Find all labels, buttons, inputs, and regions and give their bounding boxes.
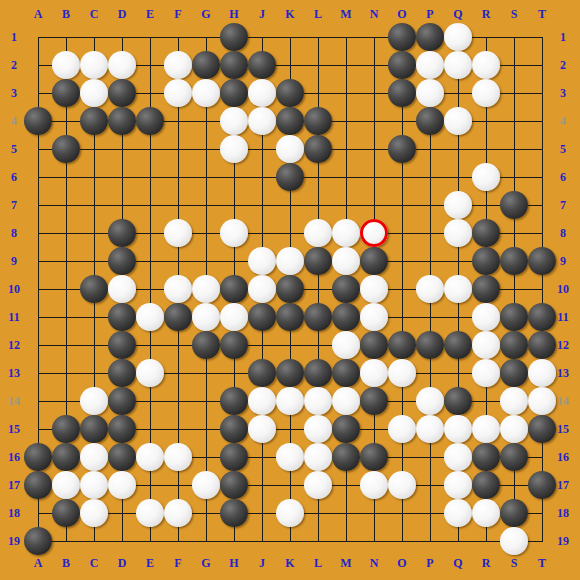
column-label: Q xyxy=(444,7,472,21)
column-label: G xyxy=(192,7,220,21)
stone-white xyxy=(304,219,332,247)
stone-white xyxy=(332,219,360,247)
stone-white xyxy=(500,387,528,415)
stone-black xyxy=(304,135,332,163)
stone-black xyxy=(276,303,304,331)
stone-white xyxy=(332,247,360,275)
column-label: M xyxy=(332,7,360,21)
stone-white xyxy=(444,191,472,219)
column-label: B xyxy=(52,7,80,21)
row-label: 18 xyxy=(552,506,574,520)
column-label: E xyxy=(136,7,164,21)
column-label: S xyxy=(500,556,528,570)
column-label: D xyxy=(108,556,136,570)
column-label: Q xyxy=(444,556,472,570)
stone-black xyxy=(500,359,528,387)
column-label: S xyxy=(500,7,528,21)
stone-black xyxy=(108,359,136,387)
stone-black xyxy=(500,303,528,331)
column-label: A xyxy=(24,556,52,570)
stone-black xyxy=(108,415,136,443)
column-label: B xyxy=(52,556,80,570)
stone-black xyxy=(192,51,220,79)
column-label: G xyxy=(192,556,220,570)
stone-black xyxy=(332,275,360,303)
stone-black xyxy=(304,247,332,275)
stone-white xyxy=(444,471,472,499)
row-label: 6 xyxy=(3,170,25,184)
row-label: 6 xyxy=(552,170,574,184)
stone-black xyxy=(108,247,136,275)
stone-white xyxy=(472,499,500,527)
stone-white xyxy=(332,387,360,415)
stone-black xyxy=(360,387,388,415)
column-label: K xyxy=(276,7,304,21)
last-move-marker xyxy=(360,219,388,247)
stone-white xyxy=(220,107,248,135)
row-label: 8 xyxy=(552,226,574,240)
stone-white xyxy=(248,275,276,303)
stone-white xyxy=(164,499,192,527)
row-label: 19 xyxy=(552,534,574,548)
stone-black xyxy=(304,107,332,135)
stone-black xyxy=(388,23,416,51)
stone-white xyxy=(416,415,444,443)
column-label: R xyxy=(472,556,500,570)
row-label: 4 xyxy=(552,114,574,128)
stone-black xyxy=(108,303,136,331)
row-label: 18 xyxy=(3,506,25,520)
stone-white xyxy=(360,303,388,331)
stone-black xyxy=(248,303,276,331)
stone-black xyxy=(500,443,528,471)
stone-white xyxy=(192,79,220,107)
stone-black xyxy=(108,387,136,415)
stone-black xyxy=(108,443,136,471)
stone-black xyxy=(248,359,276,387)
stone-black xyxy=(500,499,528,527)
stone-white xyxy=(248,79,276,107)
stone-white xyxy=(388,415,416,443)
stone-white xyxy=(444,443,472,471)
row-label: 12 xyxy=(3,338,25,352)
column-label: H xyxy=(220,556,248,570)
row-label: 7 xyxy=(3,198,25,212)
stone-black xyxy=(416,331,444,359)
stone-white xyxy=(444,499,472,527)
stone-white xyxy=(472,79,500,107)
column-label: F xyxy=(164,556,192,570)
column-label: N xyxy=(360,7,388,21)
row-label: 10 xyxy=(3,282,25,296)
stone-black xyxy=(500,191,528,219)
stone-white xyxy=(360,275,388,303)
column-label: O xyxy=(388,7,416,21)
stone-black xyxy=(52,135,80,163)
stone-white xyxy=(164,219,192,247)
stone-white xyxy=(192,275,220,303)
stone-black xyxy=(52,79,80,107)
column-label: L xyxy=(304,7,332,21)
stone-black xyxy=(360,247,388,275)
stone-black xyxy=(164,303,192,331)
stone-white xyxy=(164,443,192,471)
row-label: 9 xyxy=(3,254,25,268)
column-label: O xyxy=(388,556,416,570)
stone-black xyxy=(444,387,472,415)
stone-black xyxy=(332,359,360,387)
stone-black xyxy=(220,471,248,499)
stone-black xyxy=(388,51,416,79)
stone-black xyxy=(220,499,248,527)
stone-white xyxy=(136,443,164,471)
stone-black xyxy=(276,275,304,303)
stone-white xyxy=(472,359,500,387)
stone-white xyxy=(304,387,332,415)
column-label: H xyxy=(220,7,248,21)
stone-black xyxy=(24,443,52,471)
stone-black xyxy=(24,527,52,555)
goban[interactable]: ABCDEFGHJKLMNOPQRST ABCDEFGHJKLMNOPQRST … xyxy=(0,0,580,580)
stone-black xyxy=(416,107,444,135)
row-label: 16 xyxy=(3,450,25,464)
stone-black xyxy=(276,163,304,191)
stone-white xyxy=(220,135,248,163)
stone-black xyxy=(108,79,136,107)
stone-white xyxy=(332,331,360,359)
row-label: 7 xyxy=(552,198,574,212)
stone-black xyxy=(416,23,444,51)
stone-black xyxy=(220,51,248,79)
stone-white xyxy=(416,275,444,303)
stone-black xyxy=(388,135,416,163)
stone-black xyxy=(528,303,556,331)
stone-black xyxy=(304,359,332,387)
stone-black xyxy=(500,247,528,275)
stone-black xyxy=(360,331,388,359)
stone-white xyxy=(360,471,388,499)
stone-white xyxy=(304,415,332,443)
stone-black xyxy=(220,79,248,107)
row-label: 19 xyxy=(3,534,25,548)
row-label: 17 xyxy=(3,478,25,492)
stone-white xyxy=(276,387,304,415)
column-label: M xyxy=(332,556,360,570)
stone-white xyxy=(500,415,528,443)
stone-white xyxy=(248,107,276,135)
stone-black xyxy=(220,23,248,51)
stone-white xyxy=(136,499,164,527)
stone-white xyxy=(136,303,164,331)
stone-black xyxy=(80,275,108,303)
stone-black xyxy=(304,303,332,331)
stone-white xyxy=(108,51,136,79)
stone-black xyxy=(276,79,304,107)
stone-white xyxy=(472,163,500,191)
stone-black xyxy=(528,415,556,443)
stone-black xyxy=(388,79,416,107)
stone-white xyxy=(80,443,108,471)
stone-white xyxy=(472,51,500,79)
stone-black xyxy=(332,415,360,443)
column-label: R xyxy=(472,7,500,21)
row-label: 4 xyxy=(3,114,25,128)
column-label: D xyxy=(108,7,136,21)
stone-black xyxy=(500,331,528,359)
row-label: 3 xyxy=(3,86,25,100)
row-label: 8 xyxy=(3,226,25,240)
column-label: F xyxy=(164,7,192,21)
stone-white xyxy=(472,415,500,443)
stone-white xyxy=(108,471,136,499)
stone-white xyxy=(80,51,108,79)
stone-black xyxy=(108,219,136,247)
stone-black xyxy=(24,471,52,499)
stone-white xyxy=(388,471,416,499)
stone-black xyxy=(276,107,304,135)
stone-black xyxy=(388,331,416,359)
column-label: A xyxy=(24,7,52,21)
row-label: 5 xyxy=(552,142,574,156)
stone-white xyxy=(416,387,444,415)
stone-black xyxy=(472,471,500,499)
stone-white xyxy=(192,471,220,499)
stone-white xyxy=(444,23,472,51)
stone-black xyxy=(472,275,500,303)
stone-white xyxy=(304,471,332,499)
stone-black xyxy=(52,415,80,443)
stone-black xyxy=(528,331,556,359)
stone-black xyxy=(24,107,52,135)
column-label: J xyxy=(248,7,276,21)
stone-white xyxy=(52,51,80,79)
stone-white xyxy=(360,359,388,387)
column-label: P xyxy=(416,556,444,570)
row-label: 5 xyxy=(3,142,25,156)
stone-white xyxy=(276,499,304,527)
stone-white xyxy=(276,443,304,471)
stone-black xyxy=(528,247,556,275)
column-label: N xyxy=(360,556,388,570)
row-label: 16 xyxy=(552,450,574,464)
stone-white xyxy=(248,415,276,443)
stone-white xyxy=(444,219,472,247)
row-label: 10 xyxy=(552,282,574,296)
stone-white xyxy=(276,247,304,275)
stone-black xyxy=(80,415,108,443)
column-label: E xyxy=(136,556,164,570)
column-label: K xyxy=(276,556,304,570)
stone-white xyxy=(248,247,276,275)
stone-black xyxy=(472,219,500,247)
column-label: L xyxy=(304,556,332,570)
row-label: 2 xyxy=(3,58,25,72)
stone-white xyxy=(388,359,416,387)
stone-white xyxy=(248,387,276,415)
stone-black xyxy=(472,247,500,275)
stone-white xyxy=(276,135,304,163)
stone-white xyxy=(80,387,108,415)
stone-white xyxy=(444,275,472,303)
row-label: 13 xyxy=(3,366,25,380)
column-label: T xyxy=(528,7,556,21)
stone-white xyxy=(52,471,80,499)
row-label: 11 xyxy=(3,310,25,324)
stone-black xyxy=(108,107,136,135)
column-label: P xyxy=(416,7,444,21)
stone-white xyxy=(80,499,108,527)
row-label: 14 xyxy=(3,394,25,408)
stone-black xyxy=(136,107,164,135)
stone-black xyxy=(192,331,220,359)
stone-white xyxy=(444,415,472,443)
stone-black xyxy=(248,51,276,79)
stone-black xyxy=(80,107,108,135)
stone-white xyxy=(220,303,248,331)
stone-black xyxy=(220,331,248,359)
stone-black xyxy=(444,331,472,359)
row-label: 15 xyxy=(3,422,25,436)
stone-black xyxy=(528,471,556,499)
stone-white xyxy=(220,219,248,247)
stone-black xyxy=(220,443,248,471)
row-label: 3 xyxy=(552,86,574,100)
stone-white xyxy=(416,51,444,79)
stone-black xyxy=(108,331,136,359)
stone-white xyxy=(360,219,388,247)
stone-white xyxy=(416,79,444,107)
stone-black xyxy=(472,443,500,471)
stone-black xyxy=(220,415,248,443)
row-label: 1 xyxy=(552,30,574,44)
stone-white xyxy=(500,527,528,555)
stone-white xyxy=(444,51,472,79)
stone-white xyxy=(472,331,500,359)
stone-white xyxy=(192,303,220,331)
column-label: C xyxy=(80,556,108,570)
stone-white xyxy=(164,79,192,107)
column-label: C xyxy=(80,7,108,21)
stone-white xyxy=(304,443,332,471)
stone-white xyxy=(164,275,192,303)
column-label: J xyxy=(248,556,276,570)
row-label: 1 xyxy=(3,30,25,44)
row-label: 2 xyxy=(552,58,574,72)
stone-white xyxy=(164,51,192,79)
stone-black xyxy=(220,275,248,303)
stone-white xyxy=(472,303,500,331)
stone-white xyxy=(108,275,136,303)
stone-white xyxy=(80,79,108,107)
stone-black xyxy=(52,443,80,471)
stone-white xyxy=(136,359,164,387)
stone-white xyxy=(528,387,556,415)
stone-black xyxy=(52,499,80,527)
stone-black xyxy=(332,303,360,331)
stone-white xyxy=(528,359,556,387)
stone-white xyxy=(444,107,472,135)
stone-black xyxy=(220,387,248,415)
stone-black xyxy=(276,359,304,387)
column-label: T xyxy=(528,556,556,570)
stone-black xyxy=(332,443,360,471)
stone-white xyxy=(80,471,108,499)
stone-black xyxy=(360,443,388,471)
